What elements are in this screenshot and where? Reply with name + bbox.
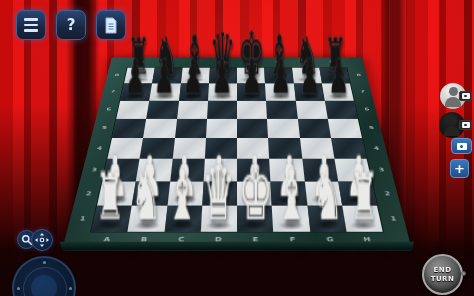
square-h5[interactable] — [328, 119, 362, 138]
square-c6[interactable] — [177, 100, 208, 118]
square-e6[interactable] — [237, 100, 267, 118]
board-perspective-container: ♜♞♝♛♚♝♞♜♟♟♟♟♟♟♟♟♟♟♟♟♟♟♟♟♜♞♝♛♚♝♞♜ AABBCCD… — [0, 0, 474, 296]
square-c7[interactable]: ♟ — [179, 84, 209, 101]
person-icon — [449, 87, 458, 96]
square-a6[interactable] — [116, 100, 149, 118]
square-a1[interactable]: ♜ — [91, 205, 132, 231]
square-a7[interactable]: ♟ — [120, 84, 152, 101]
square-h1[interactable]: ♜ — [342, 205, 383, 231]
square-c1[interactable]: ♝ — [164, 205, 202, 231]
black-pawn[interactable]: ♟ — [212, 53, 233, 100]
square-c5[interactable] — [175, 119, 207, 138]
rank-label-7: 7 — [107, 89, 119, 93]
square-d5[interactable] — [206, 119, 237, 138]
white-player-camera-button[interactable] — [459, 91, 472, 101]
black-pawn[interactable]: ♟ — [299, 53, 320, 100]
end-turn-line2: TURN — [431, 275, 455, 284]
rank-label-6: 6 — [361, 107, 374, 112]
square-d6[interactable] — [207, 100, 237, 118]
square-b5[interactable] — [143, 119, 176, 138]
person-icon — [448, 116, 457, 125]
camera-icon — [462, 93, 470, 99]
rank-label-5: 5 — [98, 126, 111, 131]
rank-label-2: 2 — [81, 191, 96, 197]
black-pawn[interactable]: ♟ — [329, 53, 350, 100]
square-g7[interactable]: ♟ — [293, 84, 324, 101]
black-pawn[interactable]: ♟ — [125, 53, 146, 100]
square-g6[interactable] — [295, 100, 327, 118]
rank-label-1: 1 — [386, 216, 401, 223]
end-turn-notch — [461, 271, 466, 276]
rank-label-4: 4 — [370, 146, 384, 151]
document-icon — [104, 17, 118, 34]
black-pawn[interactable]: ♟ — [154, 53, 175, 100]
black-pawn[interactable]: ♟ — [183, 53, 204, 100]
square-f7[interactable]: ♟ — [265, 84, 295, 101]
square-h7[interactable]: ♟ — [322, 84, 354, 101]
camera-icon — [457, 143, 467, 150]
black-player-camera-button[interactable] — [459, 120, 472, 130]
help-button[interactable]: ? — [56, 10, 86, 40]
move-arrows-icon — [35, 233, 49, 247]
square-e1[interactable]: ♚ — [237, 205, 273, 231]
square-b6[interactable] — [146, 100, 178, 118]
board-grid: ♜♞♝♛♚♝♞♜♟♟♟♟♟♟♟♟♟♟♟♟♟♟♟♟♜♞♝♛♚♝♞♜ — [90, 67, 384, 232]
square-h6[interactable] — [325, 100, 358, 118]
square-f5[interactable] — [267, 119, 299, 138]
chess-board[interactable]: ♜♞♝♛♚♝♞♜♟♟♟♟♟♟♟♟♟♟♟♟♟♟♟♟♜♞♝♛♚♝♞♜ AABBCCD… — [62, 58, 412, 251]
square-a5[interactable] — [112, 119, 146, 138]
hamburger-icon — [24, 18, 38, 32]
rank-label-5: 5 — [365, 126, 378, 131]
white-queen[interactable]: ♛ — [202, 156, 235, 230]
square-f6[interactable] — [266, 100, 297, 118]
square-b7[interactable]: ♟ — [149, 84, 180, 101]
square-e5[interactable] — [237, 119, 268, 138]
rank-label-8: 8 — [111, 73, 123, 77]
black-pawn[interactable]: ♟ — [270, 53, 291, 100]
black-pawn[interactable]: ♟ — [241, 53, 262, 100]
white-rook[interactable]: ♜ — [350, 166, 379, 231]
board-front-edge — [60, 242, 415, 251]
white-knight[interactable]: ♞ — [131, 163, 161, 231]
add-button[interactable]: + — [450, 159, 469, 178]
rank-label-1: 1 — [75, 216, 90, 223]
square-g1[interactable]: ♞ — [307, 205, 346, 231]
square-f1[interactable]: ♝ — [272, 205, 310, 231]
help-label: ? — [67, 16, 76, 34]
rank-label-2: 2 — [380, 191, 395, 197]
white-bishop[interactable]: ♝ — [276, 161, 307, 231]
chess-app-screen: ♜♞♝♛♚♝♞♜♟♟♟♟♟♟♟♟♟♟♟♟♟♟♟♟♜♞♝♛♚♝♞♜ AABBCCD… — [0, 0, 474, 296]
camera-view-button[interactable] — [451, 138, 472, 154]
plus-icon: + — [454, 161, 465, 176]
white-rook[interactable]: ♜ — [95, 166, 124, 231]
square-b1[interactable]: ♞ — [128, 205, 167, 231]
camera-icon — [462, 122, 470, 128]
menu-button[interactable] — [16, 10, 46, 40]
end-turn-line1: END — [434, 266, 452, 275]
end-turn-button[interactable]: END TURN — [422, 254, 463, 295]
move-log-button[interactable] — [96, 10, 126, 40]
white-bishop[interactable]: ♝ — [167, 161, 198, 231]
rank-label-8: 8 — [353, 73, 365, 77]
square-g5[interactable] — [297, 119, 330, 138]
square-d7[interactable]: ♟ — [208, 84, 237, 101]
rank-label-6: 6 — [103, 107, 115, 112]
white-knight[interactable]: ♞ — [313, 163, 343, 231]
square-e7[interactable]: ♟ — [237, 84, 266, 101]
white-king[interactable]: ♚ — [238, 154, 272, 231]
square-d1[interactable]: ♛ — [201, 205, 237, 231]
rank-label-7: 7 — [357, 89, 369, 93]
pan-button[interactable] — [31, 229, 53, 251]
